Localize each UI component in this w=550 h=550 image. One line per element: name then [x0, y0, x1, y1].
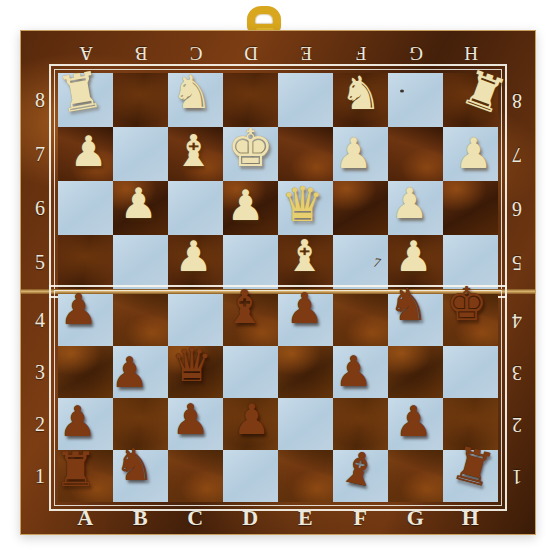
piece-dark-pawn-b3[interactable]: ♟	[111, 352, 149, 394]
square-b4[interactable]	[113, 294, 168, 346]
rank-label-right-1: 1	[512, 465, 522, 488]
piece-dark-pawn-a4[interactable]: ♟	[60, 289, 98, 331]
piece-dark-pawn-e4[interactable]: ♟	[286, 288, 324, 330]
square-e1[interactable]	[278, 450, 333, 502]
piece-white-knight-f8[interactable]: ♞	[340, 71, 381, 117]
piece-dark-pawn-d2[interactable]: ♟	[233, 399, 271, 441]
chess-board: ABCDEFGHABCDEFGH8765432187654321 ♜♞♞♜♟♝♚…	[20, 30, 536, 535]
square-g3[interactable]	[388, 346, 443, 398]
file-label-bottom-a: A	[77, 505, 93, 531]
square-b5[interactable]	[113, 235, 168, 289]
rank-label-right-2: 2	[512, 413, 522, 436]
square-c4[interactable]	[168, 294, 223, 346]
square-a5[interactable]	[58, 235, 113, 289]
piece-dark-pawn-c2[interactable]: ♟	[172, 399, 210, 441]
piece-white-pawn-h7[interactable]: ♟	[455, 133, 493, 175]
square-f6[interactable]	[333, 181, 388, 235]
file-label-bottom-b: B	[133, 505, 148, 531]
square-e2[interactable]	[278, 398, 333, 450]
piece-dark-pawn-f3[interactable]: ♟	[335, 351, 373, 393]
file-label-top-c: C	[189, 42, 202, 64]
square-d3[interactable]	[223, 346, 278, 398]
square-e3[interactable]	[278, 346, 333, 398]
file-label-top-a: A	[78, 42, 92, 64]
file-label-bottom-f: F	[354, 505, 368, 531]
file-label-bottom-d: D	[242, 505, 258, 531]
rank-label-left-4: 4	[35, 309, 45, 332]
square-b8[interactable]	[113, 73, 168, 127]
rank-label-left-8: 8	[35, 89, 45, 112]
rank-label-left-3: 3	[35, 361, 45, 384]
square-a6[interactable]	[58, 181, 113, 235]
piece-dark-bishop-d4[interactable]: ♝	[224, 285, 265, 331]
square-h6[interactable]	[443, 181, 498, 235]
square-b7[interactable]	[113, 127, 168, 181]
photo-canvas: ABCDEFGHABCDEFGH8765432187654321 ♜♞♞♜♟♝♚…	[0, 0, 550, 550]
file-label-bottom-h: H	[462, 505, 480, 531]
rank-label-right-7: 7	[512, 143, 522, 166]
piece-dark-pawn-a2[interactable]: ♟	[59, 401, 97, 443]
square-g8[interactable]	[388, 73, 443, 127]
piece-white-pawn-c5[interactable]: ♟	[175, 236, 213, 278]
rank-label-right-4: 4	[512, 309, 522, 332]
rank-label-right-8: 8	[512, 89, 522, 112]
square-d8[interactable]	[223, 73, 278, 127]
file-label-top-b: B	[134, 42, 147, 64]
file-label-bottom-e: E	[298, 505, 313, 531]
square-a3[interactable]	[58, 346, 113, 398]
file-label-top-e: E	[299, 42, 311, 64]
piece-dark-king-h4[interactable]: ♚	[446, 282, 487, 328]
piece-white-king-d7[interactable]: ♚	[227, 123, 274, 175]
piece-white-pawn-a7[interactable]: ♟	[70, 131, 108, 173]
square-e7[interactable]	[278, 127, 333, 181]
piece-dark-rook-a1[interactable]: ♜	[54, 446, 97, 494]
piece-dark-queen-c3[interactable]: ♛	[171, 343, 212, 389]
rank-label-right-3: 3	[512, 361, 522, 384]
piece-white-bishop-c7[interactable]: ♝	[174, 130, 213, 174]
square-c6[interactable]	[168, 181, 223, 235]
square-g1[interactable]	[388, 450, 443, 502]
piece-white-pawn-g5[interactable]: ♟	[395, 236, 433, 278]
rank-label-left-1: 1	[35, 465, 45, 488]
square-h3[interactable]	[443, 346, 498, 398]
file-label-top-d: D	[243, 42, 257, 64]
piece-dark-knight-b1[interactable]: ♞	[115, 444, 154, 488]
piece-white-rook-a8[interactable]: ♜	[53, 64, 106, 121]
square-f2[interactable]	[333, 398, 388, 450]
file-label-bottom-g: G	[407, 505, 425, 531]
piece-dark-knight-g4[interactable]: ♞	[389, 284, 428, 328]
piece-white-pawn-f7[interactable]: ♟	[335, 133, 373, 175]
square-c1[interactable]	[168, 450, 223, 502]
rank-label-left-5: 5	[35, 251, 45, 274]
rank-label-right-6: 6	[512, 197, 522, 220]
rank-label-left-6: 6	[35, 197, 45, 220]
square-g7[interactable]	[388, 127, 443, 181]
piece-white-bishop-e5[interactable]: ♝	[285, 235, 324, 279]
piece-white-queen-e6[interactable]: ♛	[281, 181, 324, 229]
square-f4[interactable]	[333, 294, 388, 346]
piece-white-pawn-b6[interactable]: ♟	[120, 183, 158, 225]
piece-dark-bishop-f1[interactable]: ♝	[335, 444, 383, 495]
square-e8[interactable]	[278, 73, 333, 127]
piece-white-knight-c8[interactable]: ♞	[171, 70, 212, 116]
rank-label-right-5: 5	[512, 251, 522, 274]
piece-white-pawn-g6[interactable]: ♟	[391, 183, 429, 225]
square-d1[interactable]	[223, 450, 278, 502]
file-label-bottom-c: C	[187, 505, 203, 531]
square-f5[interactable]	[333, 235, 388, 289]
rank-label-left-7: 7	[35, 143, 45, 166]
file-label-top-g: G	[408, 42, 422, 64]
piece-dark-pawn-g2[interactable]: ♟	[395, 401, 433, 443]
piece-white-pawn-d6[interactable]: ♟	[227, 185, 265, 227]
rank-label-left-2: 2	[35, 413, 45, 436]
file-label-top-f: F	[355, 42, 366, 64]
